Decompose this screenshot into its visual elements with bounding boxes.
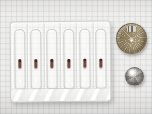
disc-label xyxy=(127,26,136,32)
tray-bottom-flange xyxy=(11,88,110,102)
dental-point xyxy=(83,59,86,68)
tray-slot xyxy=(43,23,60,89)
tray-slot xyxy=(27,23,44,89)
metal-disc xyxy=(116,23,147,54)
tray-slot xyxy=(76,23,93,89)
plastic-highlight xyxy=(83,30,86,33)
dental-point xyxy=(18,59,21,68)
tray-slots xyxy=(12,23,110,90)
photo-scene xyxy=(0,0,152,114)
tray-slot xyxy=(92,23,109,89)
blister-tray xyxy=(10,21,112,103)
plastic-highlight xyxy=(18,30,21,33)
plastic-highlight xyxy=(67,30,70,33)
plastic-highlight xyxy=(100,30,103,33)
plastic-highlight xyxy=(67,78,70,83)
plastic-highlight xyxy=(35,78,38,83)
dental-point xyxy=(51,59,54,68)
plastic-highlight xyxy=(18,78,21,83)
dental-point xyxy=(67,59,70,68)
plastic-highlight xyxy=(34,30,37,33)
dental-point xyxy=(100,59,103,68)
metal-knob xyxy=(125,67,144,86)
plastic-highlight xyxy=(100,78,103,83)
plastic-highlight xyxy=(51,78,54,83)
disc-center-hub xyxy=(130,39,133,42)
plastic-highlight xyxy=(84,78,87,83)
dental-point xyxy=(34,59,37,68)
plastic-highlight xyxy=(51,30,54,33)
tray-slot xyxy=(60,23,77,89)
tray-slot xyxy=(12,23,28,89)
